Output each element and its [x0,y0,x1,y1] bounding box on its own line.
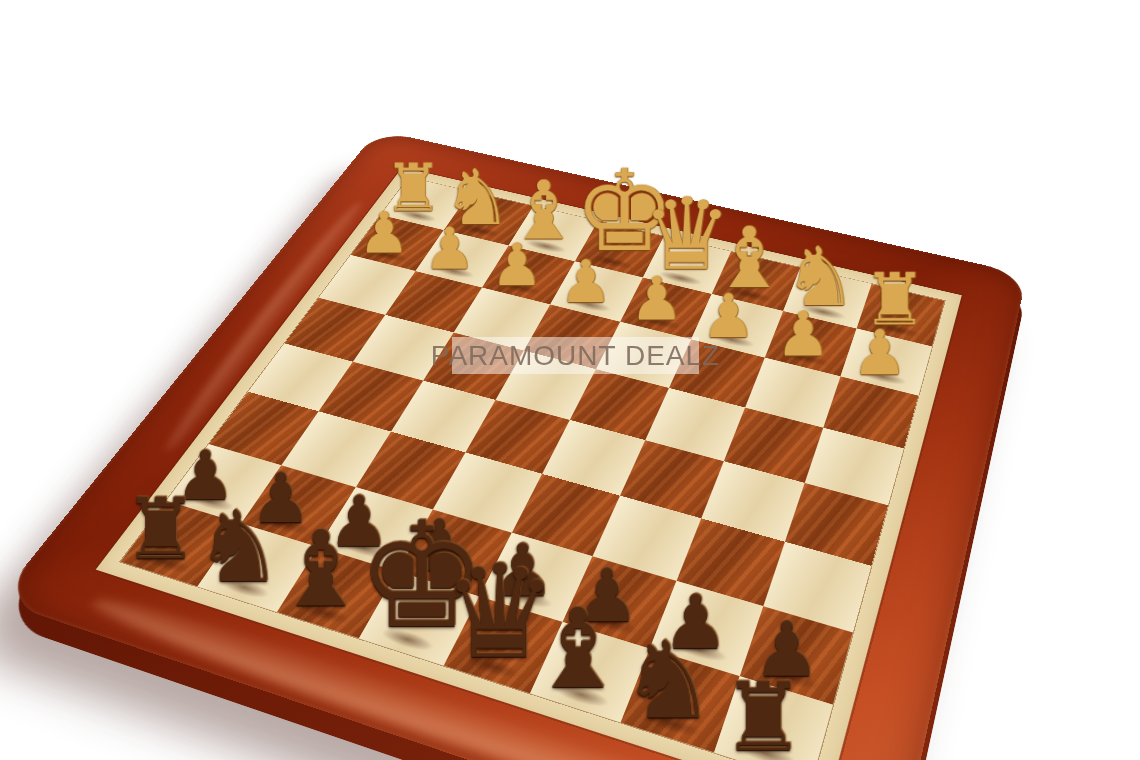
white-pawn-b2: ♟ [765,303,842,365]
chess-board: ♜♞♝♚♛♝♞♜♟♟♟♟♟♟♟♟♟♟♟♟♟♟♟♟♜♞♝♚♛♝♞♜ [0,130,1027,760]
white-pawn-f2: ♟ [480,236,553,294]
white-pawn-a2: ♟ [841,322,919,384]
white-pawn-e2: ♟ [549,252,623,311]
scene: ♜♞♝♚♛♝♞♜♟♟♟♟♟♟♟♟♟♟♟♟♟♟♟♟♜♞♝♚♛♝♞♜ [0,0,1140,760]
square-b3 [745,358,840,428]
black-bishop-c8: ♝ [529,595,625,705]
white-pawn-h2: ♟ [349,204,420,261]
white-pawn-c2: ♟ [691,286,767,347]
black-rook-h8: ♜ [116,488,204,572]
white-pawn-g2: ♟ [414,220,486,278]
black-knight-g8: ♞ [194,498,284,597]
black-queen-d8: ♛ [441,547,535,677]
square-a4 [805,428,904,505]
black-king-e8: ♚ [356,503,449,649]
board-border-strip: ♜♞♝♚♛♝♞♜♟♟♟♟♟♟♟♟♟♟♟♟♟♟♟♟♜♞♝♚♛♝♞♜ [96,167,962,760]
board-grid: ♜♞♝♚♛♝♞♜♟♟♟♟♟♟♟♟♟♟♟♟♟♟♟♟♜♞♝♚♛♝♞♜ [121,177,945,760]
black-rook-a8: ♜ [714,671,813,760]
black-knight-b8: ♞ [620,627,717,734]
watermark-text: PARAMOUNT DEALZ [431,340,720,372]
watermark-band: PARAMOUNT DEALZ [452,337,699,374]
product-photo: ♜♞♝♚♛♝♞♜♟♟♟♟♟♟♟♟♟♟♟♟♟♟♟♟♜♞♝♚♛♝♞♜ PARAMOU… [0,0,1140,760]
square-a3 [823,376,918,448]
black-bishop-f8: ♝ [273,517,364,622]
white-pawn-d2: ♟ [619,269,694,329]
